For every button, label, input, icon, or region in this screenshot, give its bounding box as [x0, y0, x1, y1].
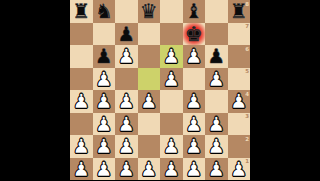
white-pawn[interactable]: ♟: [93, 135, 116, 158]
white-pawn[interactable]: ♟: [205, 68, 228, 91]
square-f2[interactable]: ♟: [183, 135, 206, 158]
square-h5[interactable]: 5: [228, 68, 251, 91]
black-king[interactable]: ♚: [183, 23, 206, 46]
square-h2[interactable]: 2: [228, 135, 251, 158]
coord-rank-2: 2: [245, 136, 249, 142]
square-g2[interactable]: ♟: [205, 135, 228, 158]
square-g3[interactable]: ♟: [205, 113, 228, 136]
square-g7[interactable]: [205, 23, 228, 46]
square-f1[interactable]: ♟: [183, 158, 206, 181]
square-h1[interactable]: ♟1: [228, 158, 251, 181]
square-d5[interactable]: [138, 68, 161, 91]
square-f7[interactable]: ♚: [183, 23, 206, 46]
square-c8[interactable]: [115, 0, 138, 23]
square-g1[interactable]: ♟: [205, 158, 228, 181]
coord-rank-1: 1: [245, 158, 249, 164]
white-pawn[interactable]: ♟: [115, 135, 138, 158]
square-f3[interactable]: ♟: [183, 113, 206, 136]
square-e1[interactable]: ♟: [160, 158, 183, 181]
square-h6[interactable]: 6: [228, 45, 251, 68]
white-pawn[interactable]: ♟: [183, 90, 206, 113]
white-pawn[interactable]: ♟: [160, 45, 183, 68]
white-pawn[interactable]: ♟: [183, 113, 206, 136]
black-pawn[interactable]: ♟: [93, 45, 116, 68]
square-e5[interactable]: ♟: [160, 68, 183, 91]
coord-rank-4: 4: [245, 91, 249, 97]
square-b5[interactable]: ♟: [93, 68, 116, 91]
square-a5[interactable]: [70, 68, 93, 91]
square-f5[interactable]: [183, 68, 206, 91]
square-b2[interactable]: ♟: [93, 135, 116, 158]
coord-rank-6: 6: [245, 46, 249, 52]
square-h4[interactable]: ♟4: [228, 90, 251, 113]
white-pawn[interactable]: ♟: [115, 113, 138, 136]
white-pawn[interactable]: ♟: [160, 135, 183, 158]
square-d1[interactable]: ♟: [138, 158, 161, 181]
square-e8[interactable]: [160, 0, 183, 23]
white-pawn[interactable]: ♟: [183, 158, 206, 181]
square-c4[interactable]: ♟: [115, 90, 138, 113]
square-c6[interactable]: ♟: [115, 45, 138, 68]
coord-rank-3: 3: [245, 113, 249, 119]
square-h7[interactable]: 7: [228, 23, 251, 46]
square-d2[interactable]: [138, 135, 161, 158]
black-pawn[interactable]: ♟: [205, 45, 228, 68]
square-g4[interactable]: [205, 90, 228, 113]
white-pawn[interactable]: ♟: [138, 158, 161, 181]
white-pawn[interactable]: ♟: [138, 90, 161, 113]
black-queen[interactable]: ♛: [138, 0, 161, 23]
white-pawn[interactable]: ♟: [93, 68, 116, 91]
black-knight[interactable]: ♞: [93, 0, 116, 23]
white-pawn[interactable]: ♟: [115, 158, 138, 181]
black-pawn[interactable]: ♟: [115, 23, 138, 46]
square-c7[interactable]: ♟: [115, 23, 138, 46]
square-g8[interactable]: [205, 0, 228, 23]
square-c3[interactable]: ♟: [115, 113, 138, 136]
square-a2[interactable]: ♟: [70, 135, 93, 158]
square-a4[interactable]: ♟: [70, 90, 93, 113]
square-a8[interactable]: ♜: [70, 0, 93, 23]
chess-board[interactable]: ♜♞♛♝♜8♟♚7♟♟♟♟♟6♟♟♟5♟♟♟♟♟♟4♟♟♟♟3♟♟♟♟♟♟2♟♟…: [70, 0, 250, 180]
white-pawn[interactable]: ♟: [93, 113, 116, 136]
square-d4[interactable]: ♟: [138, 90, 161, 113]
square-h3[interactable]: 3: [228, 113, 251, 136]
square-g5[interactable]: ♟: [205, 68, 228, 91]
square-c1[interactable]: ♟: [115, 158, 138, 181]
white-pawn[interactable]: ♟: [93, 90, 116, 113]
square-b4[interactable]: ♟: [93, 90, 116, 113]
square-d8[interactable]: ♛: [138, 0, 161, 23]
square-b3[interactable]: ♟: [93, 113, 116, 136]
square-d6[interactable]: [138, 45, 161, 68]
square-e4[interactable]: [160, 90, 183, 113]
white-pawn[interactable]: ♟: [205, 158, 228, 181]
white-pawn[interactable]: ♟: [70, 158, 93, 181]
white-pawn[interactable]: ♟: [183, 135, 206, 158]
white-pawn[interactable]: ♟: [115, 45, 138, 68]
square-g6[interactable]: ♟: [205, 45, 228, 68]
square-b7[interactable]: [93, 23, 116, 46]
square-d7[interactable]: [138, 23, 161, 46]
coord-rank-7: 7: [245, 23, 249, 29]
letterbox-right: [250, 0, 320, 180]
white-pawn[interactable]: ♟: [183, 45, 206, 68]
square-c5[interactable]: [115, 68, 138, 91]
white-pawn[interactable]: ♟: [205, 113, 228, 136]
square-c2[interactable]: ♟: [115, 135, 138, 158]
square-f6[interactable]: ♟: [183, 45, 206, 68]
square-a7[interactable]: [70, 23, 93, 46]
white-pawn[interactable]: ♟: [115, 90, 138, 113]
black-rook[interactable]: ♜: [70, 0, 93, 23]
white-pawn[interactable]: ♟: [93, 158, 116, 181]
square-e7[interactable]: [160, 23, 183, 46]
coord-rank-8: 8: [245, 1, 249, 7]
square-h8[interactable]: ♜8: [228, 0, 251, 23]
letterbox-left: [0, 0, 70, 180]
white-pawn[interactable]: ♟: [70, 90, 93, 113]
square-d3[interactable]: [138, 113, 161, 136]
white-pawn[interactable]: ♟: [205, 135, 228, 158]
square-f4[interactable]: ♟: [183, 90, 206, 113]
video-frame: ♜♞♛♝♜8♟♚7♟♟♟♟♟6♟♟♟5♟♟♟♟♟♟4♟♟♟♟3♟♟♟♟♟♟2♟♟…: [0, 0, 320, 180]
white-pawn[interactable]: ♟: [70, 135, 93, 158]
square-a1[interactable]: ♟: [70, 158, 93, 181]
square-b6[interactable]: ♟: [93, 45, 116, 68]
square-a6[interactable]: [70, 45, 93, 68]
white-pawn[interactable]: ♟: [160, 68, 183, 91]
square-a3[interactable]: [70, 113, 93, 136]
square-e6[interactable]: ♟: [160, 45, 183, 68]
coord-rank-5: 5: [245, 68, 249, 74]
white-pawn[interactable]: ♟: [160, 158, 183, 181]
square-e3[interactable]: [160, 113, 183, 136]
square-e2[interactable]: ♟: [160, 135, 183, 158]
square-b8[interactable]: ♞: [93, 0, 116, 23]
black-bishop[interactable]: ♝: [183, 0, 206, 23]
square-b1[interactable]: ♟: [93, 158, 116, 181]
square-f8[interactable]: ♝: [183, 0, 206, 23]
